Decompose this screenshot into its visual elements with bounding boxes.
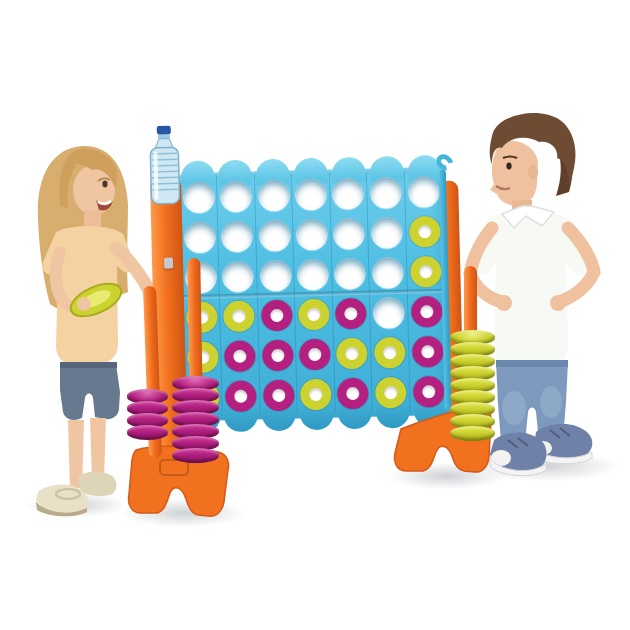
yellow-disc-stack [450, 330, 495, 441]
cell-r5-c3[interactable] [259, 334, 297, 375]
magenta-disc-stack-rear [172, 376, 219, 463]
empty-hole [259, 219, 291, 251]
empty-hole [296, 218, 328, 250]
cell-r1-c4[interactable] [292, 174, 330, 215]
empty-hole [408, 175, 440, 207]
cell-r2-c5[interactable] [331, 213, 369, 254]
cell-r3-c5[interactable] [332, 253, 370, 294]
cell-r3-c4[interactable] [294, 254, 332, 295]
yellow-disc [374, 336, 406, 368]
yellow-disc [410, 255, 442, 287]
cell-r1-c3[interactable] [255, 175, 293, 216]
cell-r1-c1[interactable] [180, 176, 218, 217]
magenta-disc [299, 338, 331, 370]
empty-hole [333, 217, 365, 249]
magenta-disc [412, 335, 444, 367]
post-latch [164, 257, 173, 268]
magenta-disc [225, 380, 257, 412]
game-structure [0, 0, 630, 630]
cell-r5-c2[interactable] [221, 335, 259, 376]
yellow-disc [409, 215, 441, 247]
cell-r4-c7[interactable] [407, 291, 445, 332]
cell-r2-c7[interactable] [405, 211, 443, 252]
cell-r3-c7[interactable] [406, 251, 444, 292]
cell-r4-c3[interactable] [258, 294, 296, 335]
cell-r4-c6[interactable] [370, 292, 408, 333]
cell-r5-c6[interactable] [371, 332, 409, 373]
cell-r5-c7[interactable] [408, 331, 446, 372]
cell-r1-c7[interactable] [404, 171, 442, 212]
magenta-disc-stack-front [127, 389, 168, 440]
empty-hole [373, 296, 405, 328]
cell-r3-c2[interactable] [219, 255, 257, 296]
cell-r6-c4[interactable] [297, 374, 335, 415]
empty-hole [295, 178, 327, 210]
cell-r4-c5[interactable] [333, 293, 371, 334]
cell-r6-c5[interactable] [335, 373, 373, 414]
cell-r6-c3[interactable] [260, 374, 298, 415]
empty-hole [297, 258, 329, 290]
empty-hole [372, 256, 404, 288]
cell-r1-c5[interactable] [330, 173, 368, 214]
magenta-disc [262, 339, 294, 371]
empty-hole [371, 216, 403, 248]
cell-r1-c2[interactable] [217, 175, 255, 216]
cell-r2-c6[interactable] [368, 212, 406, 253]
yellow-disc [336, 337, 368, 369]
magenta-disc [261, 299, 293, 331]
water-bottle [147, 125, 183, 208]
empty-hole [184, 221, 216, 253]
cell-r5-c4[interactable] [296, 334, 334, 375]
cell-r5-c5[interactable] [334, 333, 372, 374]
empty-hole [260, 259, 292, 291]
cell-r3-c3[interactable] [257, 254, 295, 295]
yellow-disc [298, 298, 330, 330]
magenta-disc [337, 377, 369, 409]
cell-r3-c6[interactable] [369, 252, 407, 293]
yellow-stacked-disc [450, 426, 495, 441]
cell-r4-c4[interactable] [295, 294, 333, 335]
cell-r4-c2[interactable] [220, 295, 258, 336]
cell-r2-c4[interactable] [293, 214, 331, 255]
magenta-disc [335, 297, 367, 329]
cell-r2-c1[interactable] [181, 216, 219, 257]
magenta-disc [224, 340, 256, 372]
empty-hole [222, 260, 254, 292]
empty-hole [334, 257, 366, 289]
empty-hole [221, 220, 253, 252]
cell-r1-c6[interactable] [367, 172, 405, 213]
magenta-disc [411, 295, 443, 327]
magenta-disc [262, 379, 294, 411]
empty-hole [220, 180, 252, 212]
magenta-stacked-disc [127, 425, 168, 440]
product-photo-stage [0, 0, 630, 630]
empty-hole [370, 176, 402, 208]
empty-hole [332, 177, 364, 209]
cell-r2-c3[interactable] [256, 215, 294, 256]
empty-hole [183, 181, 215, 213]
yellow-disc [223, 300, 255, 332]
yellow-disc [300, 378, 332, 410]
cell-r6-c2[interactable] [222, 375, 260, 416]
magenta-stacked-disc [172, 448, 219, 463]
cell-r2-c2[interactable] [218, 215, 256, 256]
empty-hole [258, 179, 290, 211]
